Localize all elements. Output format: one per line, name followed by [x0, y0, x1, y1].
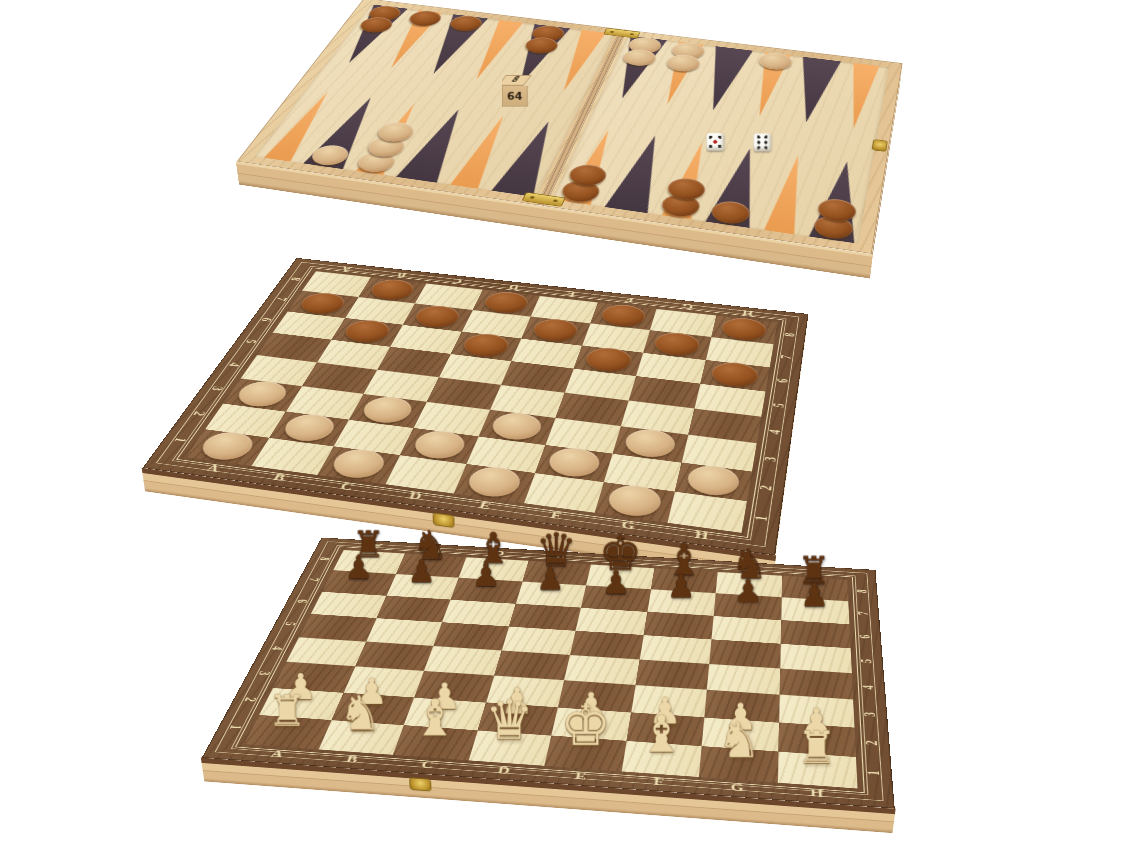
file-label-d-far: D: [507, 283, 520, 291]
square-f4: [635, 659, 710, 690]
file-label-g: G: [730, 781, 744, 793]
square-g1: [699, 746, 779, 782]
file-label-a: A: [269, 748, 286, 760]
file-label-b-far: B: [432, 546, 444, 554]
ch-board-surface: AABBCCDDEEFFGGHH1122334455667788♜♞♝♛♚♝♞♜…: [202, 538, 895, 809]
file-label-b: B: [344, 754, 360, 766]
file-label-h-far: H: [808, 568, 819, 576]
chess-board: AABBCCDDEEFFGGHH1122334455667788♜♞♝♛♚♝♞♜…: [130, 475, 1010, 835]
doubling-cube-top-face: 8: [497, 75, 531, 86]
rank-label-8-left: 8: [287, 277, 304, 282]
square-g5: [709, 639, 781, 669]
rank-label-6-right: 6: [774, 378, 792, 384]
rank-label-6-left: 6: [257, 317, 275, 322]
file-label-e-far: E: [565, 289, 577, 297]
file-label-g-far: G: [681, 302, 694, 311]
rank-label-3-left: 3: [254, 670, 273, 676]
file-label-h-far: H: [741, 308, 754, 317]
rank-label-1-left: 1: [225, 724, 245, 730]
file-label-c-far: C: [493, 549, 506, 557]
rank-label-5-left: 5: [241, 339, 259, 345]
die-2-showing-6: [753, 133, 771, 151]
square-h6: [780, 620, 850, 648]
rank-label-6-left: 6: [293, 599, 311, 604]
product-photo: 864 AABBCCDDEEFFGGHH1122334455667788 AAB…: [0, 0, 1140, 855]
rank-label-7-right: 7: [855, 611, 872, 616]
square-c1: [393, 725, 478, 760]
doubling-cube: 864: [502, 75, 528, 106]
file-label-f-far: F: [623, 296, 634, 304]
rank-label-8-left: 8: [316, 557, 333, 561]
doubling-cube-front-face: 64: [502, 86, 528, 107]
file-label-d-far: D: [555, 553, 567, 561]
rank-label-5-right: 5: [858, 658, 876, 663]
file-label-c: C: [420, 759, 436, 771]
rank-label-1-right: 1: [864, 770, 884, 777]
file-label-e: E: [574, 770, 588, 782]
square-b3: [343, 666, 424, 697]
square-h1: [777, 751, 857, 788]
file-label-e-far: E: [618, 556, 629, 564]
rank-label-3-left: 3: [207, 385, 226, 391]
rank-label-2-left: 2: [240, 697, 260, 703]
square-a1: [244, 715, 331, 749]
brass-clasp: [410, 778, 430, 790]
rank-label-4-right: 4: [859, 684, 877, 690]
rank-label-3-right: 3: [861, 711, 880, 717]
file-label-a-far: A: [370, 542, 383, 550]
brass-clasp-side: [873, 140, 887, 152]
file-label-f: F: [653, 776, 665, 788]
case-right-edge: [873, 569, 895, 833]
file-label-f-far: F: [682, 560, 692, 568]
rank-label-3-right: 3: [761, 455, 780, 462]
file-label-a-far: A: [340, 265, 354, 273]
square-g4: [707, 664, 780, 695]
rank-label-7-left: 7: [305, 577, 322, 582]
rank-label-7-right: 7: [778, 354, 795, 360]
square-d1: [468, 730, 552, 765]
die-1-showing-5: [706, 133, 724, 151]
rank-label-5-left: 5: [281, 622, 299, 627]
rank-label-8-right: 8: [782, 332, 799, 338]
file-label-b-far: B: [395, 271, 408, 279]
file-label-c-far: C: [450, 277, 464, 285]
rank-label-6-right: 6: [857, 634, 874, 639]
file-label-g-far: G: [744, 564, 756, 572]
rank-label-2-left: 2: [189, 410, 209, 417]
rank-label-8-right: 8: [854, 589, 870, 594]
rank-label-4-left: 4: [225, 362, 244, 368]
rank-label-4-right: 4: [766, 428, 785, 435]
square-a4: [286, 637, 366, 666]
rank-label-1-left: 1: [170, 437, 190, 444]
file-label-d: D: [496, 765, 511, 777]
file-label-a: A: [204, 463, 222, 475]
square-e1: [544, 735, 626, 771]
rank-label-4-left: 4: [268, 645, 287, 650]
rank-label-2-right: 2: [862, 740, 881, 746]
square-b1: [318, 720, 404, 755]
file-label-h: H: [810, 787, 824, 800]
square-f1: [621, 741, 702, 777]
rank-label-5-right: 5: [770, 402, 788, 408]
rank-label-7-left: 7: [273, 296, 290, 301]
